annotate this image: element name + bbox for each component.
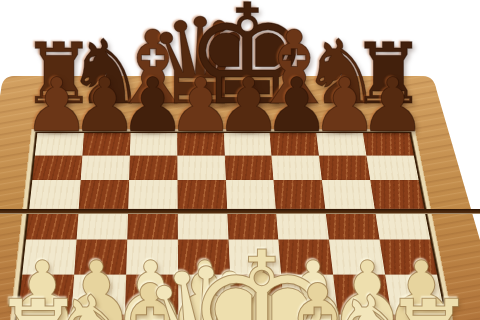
square-b7 [80,155,129,180]
square-f4 [278,240,333,275]
square-c8 [129,133,176,155]
square-g7 [319,155,370,180]
square-g4 [329,240,385,275]
square-a3 [18,275,74,314]
square-c7 [128,155,176,180]
square-e4 [228,240,281,275]
square-a2 [13,314,71,320]
square-h7 [366,155,418,180]
square-a4 [22,240,76,275]
square-h4 [379,240,436,275]
square-d8 [176,133,224,155]
square-d4 [177,240,229,275]
square-e6 [225,180,276,208]
square-b2 [68,314,124,320]
board-hinge-seam [0,209,480,214]
square-f6 [273,180,325,208]
square-g2 [338,314,398,320]
square-b6 [78,180,128,208]
square-c6 [128,180,177,208]
square-g3 [333,275,391,314]
square-a6 [29,180,80,208]
square-e3 [229,275,284,314]
square-h3 [385,275,445,314]
square-a8 [34,133,83,155]
square-b4 [74,240,127,275]
square-c2 [123,314,178,320]
square-d7 [177,155,225,180]
square-c3 [124,275,177,314]
square-d2 [178,314,233,320]
board-perspective-wrapper [0,0,480,320]
square-d3 [177,275,231,314]
square-a7 [32,155,82,180]
square-f7 [271,155,321,180]
chessboard-photo: ♜♞♝♛♚♝♞♜♟♟♟♟♟♟♟♟♟♟♟♟♟♟♟♟♜♞♝♛♚♝♞♜ [0,0,480,320]
square-b8 [82,133,130,155]
square-c4 [125,240,177,275]
square-f3 [281,275,338,314]
square-f2 [284,314,343,320]
square-h6 [370,180,424,208]
square-e2 [231,314,288,320]
square-g8 [316,133,366,155]
square-d6 [177,180,227,208]
square-h8 [363,133,414,155]
square-g6 [322,180,375,208]
square-e8 [223,133,271,155]
square-b3 [71,275,126,314]
square-f8 [270,133,319,155]
square-e7 [224,155,273,180]
square-h2 [391,314,453,320]
chess-board-grid [8,133,463,320]
